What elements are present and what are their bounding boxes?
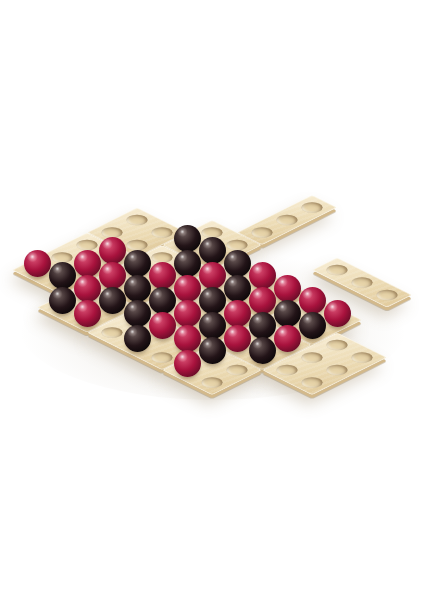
board-socket[interactable]: [322, 363, 352, 378]
marble-red[interactable]: [199, 262, 226, 289]
board-socket[interactable]: [272, 363, 302, 378]
marble-red[interactable]: [149, 312, 176, 339]
marble-red[interactable]: [74, 300, 101, 327]
marble-black[interactable]: [274, 300, 301, 327]
marble-red[interactable]: [74, 275, 101, 302]
marble-red[interactable]: [174, 325, 201, 352]
marble-red[interactable]: [249, 262, 276, 289]
marble-red[interactable]: [24, 250, 51, 277]
marble-black[interactable]: [49, 262, 76, 289]
board-socket[interactable]: [122, 213, 152, 228]
marble-red[interactable]: [224, 300, 251, 327]
marble-black[interactable]: [124, 275, 151, 302]
marble-red[interactable]: [74, 250, 101, 277]
board-socket[interactable]: [372, 288, 402, 303]
marble-red[interactable]: [224, 325, 251, 352]
board-socket[interactable]: [97, 325, 127, 340]
marble-black[interactable]: [124, 250, 151, 277]
marble-black[interactable]: [99, 287, 126, 314]
board-socket[interactable]: [222, 363, 252, 378]
marble-black[interactable]: [224, 275, 251, 302]
marble-black[interactable]: [199, 312, 226, 339]
marble-red[interactable]: [174, 350, 201, 377]
marble-red[interactable]: [149, 262, 176, 289]
marble-black[interactable]: [299, 312, 326, 339]
marble-red[interactable]: [99, 262, 126, 289]
marble-red[interactable]: [274, 325, 301, 352]
marble-red[interactable]: [324, 300, 351, 327]
board-tile-B: [237, 195, 337, 245]
board-socket[interactable]: [297, 350, 327, 365]
marble-red[interactable]: [249, 287, 276, 314]
marble-black[interactable]: [174, 250, 201, 277]
marble-red[interactable]: [299, 287, 326, 314]
marble-black[interactable]: [199, 237, 226, 264]
board-socket[interactable]: [347, 275, 377, 290]
marble-black[interactable]: [199, 287, 226, 314]
board-socket[interactable]: [147, 225, 177, 240]
marble-red[interactable]: [174, 275, 201, 302]
marble-black[interactable]: [199, 337, 226, 364]
marble-black[interactable]: [174, 225, 201, 252]
marble-red[interactable]: [99, 237, 126, 264]
marble-black[interactable]: [224, 250, 251, 277]
marble-black[interactable]: [249, 312, 276, 339]
marble-red[interactable]: [174, 300, 201, 327]
marble-red[interactable]: [274, 275, 301, 302]
board-socket[interactable]: [272, 213, 302, 228]
marble-black[interactable]: [49, 287, 76, 314]
game-board-photo: [0, 0, 424, 600]
marble-black[interactable]: [149, 287, 176, 314]
marble-black[interactable]: [124, 325, 151, 352]
marble-black[interactable]: [249, 337, 276, 364]
board-socket[interactable]: [347, 350, 377, 365]
board-socket[interactable]: [297, 200, 327, 215]
board-socket[interactable]: [147, 350, 177, 365]
board-socket[interactable]: [322, 263, 352, 278]
marble-black[interactable]: [124, 300, 151, 327]
board-socket[interactable]: [322, 338, 352, 353]
board-socket[interactable]: [197, 375, 227, 390]
board-socket[interactable]: [247, 225, 277, 240]
board-socket[interactable]: [297, 375, 327, 390]
